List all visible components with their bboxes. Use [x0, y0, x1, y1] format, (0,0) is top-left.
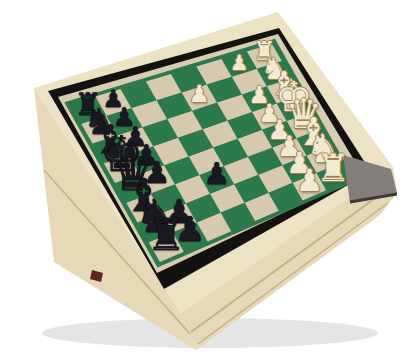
piece-white-pawn-a2: ♟ [296, 165, 324, 196]
piece-white-pawn-h2: ♟ [230, 52, 249, 73]
piece-black-pawn-c5: ♟ [203, 159, 230, 189]
chess-set-photo: ♜♟♞♝♟♟♟♚♜♟♟♛♞♟♟♝♝♟♞♟♚♟♜♟♟♟♛♝♟♞♟♜ [0, 0, 406, 352]
piece-black-rook-a8: ♜ [146, 213, 186, 257]
piece-white-pawn-g4: ♟ [189, 83, 210, 107]
